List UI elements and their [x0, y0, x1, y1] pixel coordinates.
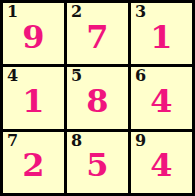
cell-index: 2 [71, 3, 82, 21]
cell-4[interactable]: 4 1 [3, 67, 64, 128]
cell-index: 8 [71, 132, 82, 150]
cell-index: 4 [7, 67, 18, 85]
cell-value: 2 [22, 143, 44, 181]
cell-index: 7 [7, 132, 18, 150]
cell-value: 8 [86, 79, 108, 117]
cell-8[interactable]: 8 5 [67, 132, 128, 193]
cell-7[interactable]: 7 2 [3, 132, 64, 193]
cell-index: 3 [135, 3, 146, 21]
cell-value: 4 [150, 143, 172, 181]
cell-index: 5 [71, 67, 82, 85]
cell-3[interactable]: 3 1 [131, 3, 192, 64]
cell-5[interactable]: 5 8 [67, 67, 128, 128]
cell-value: 1 [150, 15, 172, 53]
puzzle-grid: 1 9 2 7 3 1 4 1 5 8 6 4 7 2 8 5 9 4 [0, 0, 195, 196]
cell-index: 9 [135, 132, 146, 150]
cell-value: 7 [86, 15, 108, 53]
cell-1[interactable]: 1 9 [3, 3, 64, 64]
cell-2[interactable]: 2 7 [67, 3, 128, 64]
cell-value: 4 [150, 79, 172, 117]
cell-6[interactable]: 6 4 [131, 67, 192, 128]
cell-9[interactable]: 9 4 [131, 132, 192, 193]
cell-index: 6 [135, 67, 146, 85]
cell-index: 1 [7, 3, 18, 21]
cell-value: 5 [86, 143, 108, 181]
cell-value: 9 [22, 15, 44, 53]
cell-value: 1 [22, 79, 44, 117]
